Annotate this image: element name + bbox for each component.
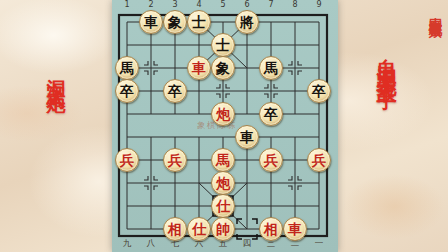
piece-red-兵[interactable]: 兵 xyxy=(115,148,139,172)
coord-label: 5 xyxy=(217,0,229,9)
piece-red-炮[interactable]: 炮 xyxy=(211,171,235,195)
left-title-calligraphy: 洞字入手炮 xyxy=(44,64,70,84)
piece-red-帥[interactable]: 帥 xyxy=(211,217,235,241)
piece-red-車[interactable]: 車 xyxy=(283,217,307,241)
piece-black-卒[interactable]: 卒 xyxy=(163,79,187,103)
piece-black-卒[interactable]: 卒 xyxy=(259,102,283,126)
piece-black-士[interactable]: 士 xyxy=(187,10,211,34)
coord-label: 9 xyxy=(313,0,325,9)
piece-black-馬[interactable]: 馬 xyxy=(259,56,283,80)
coord-label: 3 xyxy=(169,0,181,9)
piece-black-士[interactable]: 士 xyxy=(211,33,235,57)
coord-label: 2 xyxy=(145,0,157,9)
piece-black-卒[interactable]: 卒 xyxy=(307,79,331,103)
piece-black-卒[interactable]: 卒 xyxy=(115,79,139,103)
coord-label: 8 xyxy=(289,0,301,9)
coord-label: 4 xyxy=(193,0,205,9)
piece-red-兵[interactable]: 兵 xyxy=(259,148,283,172)
video-frame: 洞字入手炮 中国象棋古谱视频 自出洞来无敌手 xyxy=(0,0,448,252)
piece-red-馬[interactable]: 馬 xyxy=(211,148,235,172)
coord-label: 7 xyxy=(265,0,277,9)
piece-red-相[interactable]: 相 xyxy=(259,217,283,241)
piece-red-仕[interactable]: 仕 xyxy=(187,217,211,241)
piece-red-相[interactable]: 相 xyxy=(163,217,187,241)
xiangqi-board[interactable]: 1 2 3 4 5 6 7 8 9 九 八 七 六 五 四 三 二 一 象棋陈栋… xyxy=(112,0,338,252)
piece-red-車[interactable]: 車 xyxy=(187,56,211,80)
piece-black-象[interactable]: 象 xyxy=(163,10,187,34)
piece-grid: 車象士將士馬車象馬卒卒卒炮卒車兵兵馬兵兵炮仕相仕帥相車 xyxy=(115,11,331,241)
piece-black-車[interactable]: 車 xyxy=(139,10,163,34)
piece-red-兵[interactable]: 兵 xyxy=(163,148,187,172)
piece-red-兵[interactable]: 兵 xyxy=(307,148,331,172)
piece-black-馬[interactable]: 馬 xyxy=(115,56,139,80)
piece-black-將[interactable]: 將 xyxy=(235,10,259,34)
piece-black-車[interactable]: 車 xyxy=(235,125,259,149)
coord-label: 1 xyxy=(121,0,133,9)
coord-label: 6 xyxy=(241,0,253,9)
right-subtitle-series-name: 中国象棋古谱视频 xyxy=(426,7,444,15)
piece-black-象[interactable]: 象 xyxy=(211,56,235,80)
right-title-book-name: 自出洞来无敌手 xyxy=(374,42,401,77)
piece-red-炮[interactable]: 炮 xyxy=(211,102,235,126)
piece-red-仕[interactable]: 仕 xyxy=(211,194,235,218)
